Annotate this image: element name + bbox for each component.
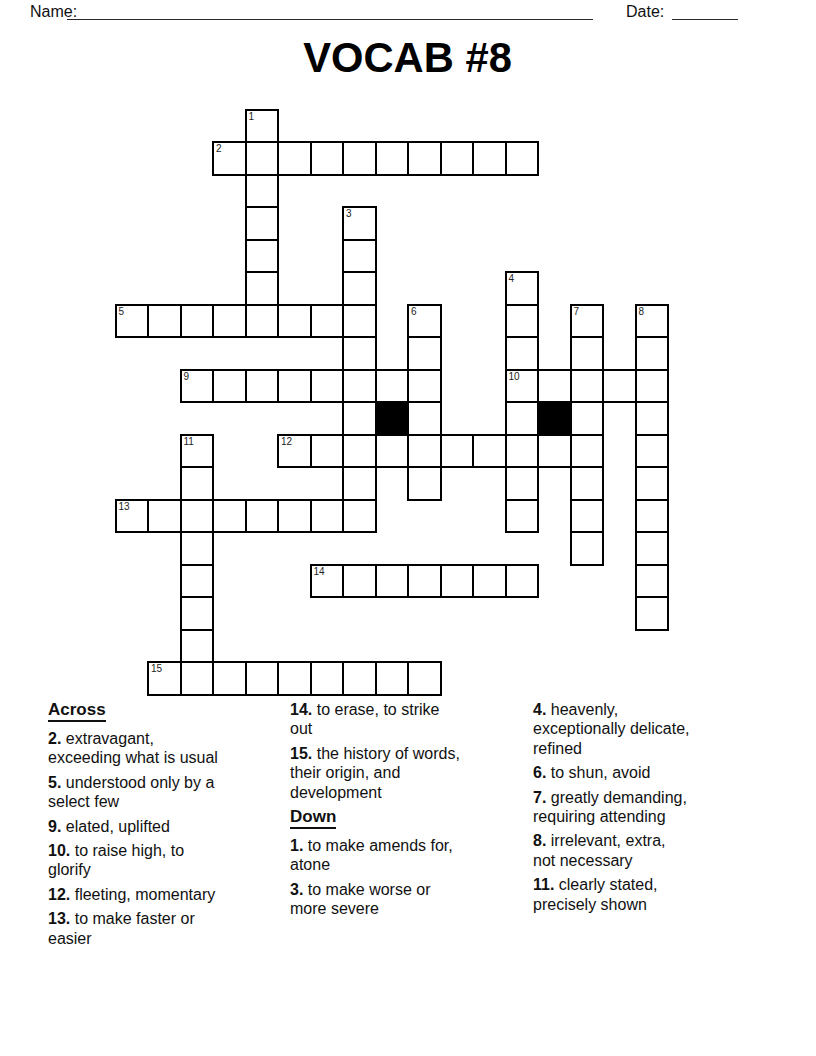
grid-cell[interactable] xyxy=(602,369,637,404)
cell-number: 7 xyxy=(574,306,580,318)
grid-cell[interactable] xyxy=(570,466,605,501)
grid-cell[interactable] xyxy=(180,661,215,696)
clue-number: 2. xyxy=(48,730,61,747)
grid-cell[interactable] xyxy=(342,661,377,696)
clue-item-across-14: 14. to erase, to strike out xyxy=(290,700,525,739)
grid-cell[interactable] xyxy=(342,304,377,339)
grid-cell[interactable] xyxy=(245,661,280,696)
grid-cell[interactable] xyxy=(245,499,280,534)
grid-cell[interactable]: 7 xyxy=(570,304,605,339)
grid-cell[interactable]: 9 xyxy=(180,369,215,404)
grid-cell[interactable] xyxy=(212,369,247,404)
grid-cell[interactable] xyxy=(180,596,215,631)
grid-cell[interactable] xyxy=(505,564,540,599)
grid-cell[interactable] xyxy=(505,304,540,339)
grid-cell[interactable]: 5 xyxy=(115,304,150,339)
grid-cell[interactable] xyxy=(505,434,540,469)
grid-cell[interactable] xyxy=(342,499,377,534)
grid-cell[interactable] xyxy=(342,466,377,501)
grid-cell[interactable] xyxy=(570,499,605,534)
grid-cell[interactable] xyxy=(212,661,247,696)
cell-number: 9 xyxy=(184,371,190,383)
clue-number: 9. xyxy=(48,818,61,835)
grid-cell[interactable] xyxy=(180,564,215,599)
down-heading: Down xyxy=(290,807,336,829)
grid-cell[interactable] xyxy=(180,629,215,664)
grid-cell[interactable] xyxy=(245,369,280,404)
grid-cell[interactable]: 8 xyxy=(635,304,670,339)
grid-cell[interactable] xyxy=(440,564,475,599)
grid-cell[interactable] xyxy=(212,499,247,534)
grid-cell[interactable] xyxy=(342,141,377,176)
grid-cell[interactable]: 15 xyxy=(147,661,182,696)
grid-cell[interactable]: 1 xyxy=(245,109,280,144)
black-cell xyxy=(537,401,572,436)
grid-cell[interactable] xyxy=(570,531,605,566)
grid-cell[interactable] xyxy=(407,434,442,469)
clue-item-down-4: 4. heavenly, exceptionally delicate, ref… xyxy=(533,700,781,758)
grid-cell[interactable] xyxy=(342,401,377,436)
grid-cell[interactable]: 6 xyxy=(407,304,442,339)
grid-cell[interactable] xyxy=(342,369,377,404)
cell-number: 2 xyxy=(216,143,222,155)
cell-number: 13 xyxy=(119,501,130,513)
grid-cell[interactable] xyxy=(342,271,377,306)
clue-item-across-2: 2. extravagant, exceeding what is usual xyxy=(48,729,283,768)
clue-number: 13. xyxy=(48,910,70,927)
clue-item-down-7: 7. greatly demanding, requiring attendin… xyxy=(533,788,781,827)
grid-cell[interactable] xyxy=(635,401,670,436)
grid-cell[interactable] xyxy=(310,661,345,696)
grid-cell[interactable] xyxy=(635,564,670,599)
grid-cell[interactable] xyxy=(180,466,215,501)
clue-item-across-5: 5. understood only by a select few xyxy=(48,773,283,812)
grid-cell[interactable] xyxy=(245,271,280,306)
clue-item-down-8: 8. irrelevant, extra, not necessary xyxy=(533,831,781,870)
grid-cell[interactable] xyxy=(277,499,312,534)
clue-number: 12. xyxy=(48,886,70,903)
grid-cell[interactable] xyxy=(570,336,605,371)
grid-cell[interactable] xyxy=(440,434,475,469)
grid-cell[interactable] xyxy=(310,499,345,534)
grid-cell[interactable] xyxy=(342,564,377,599)
grid-cell[interactable] xyxy=(570,369,605,404)
grid-cell[interactable]: 10 xyxy=(505,369,540,404)
grid-cell[interactable] xyxy=(407,661,442,696)
grid-cell[interactable] xyxy=(375,661,410,696)
cell-number: 5 xyxy=(119,306,125,318)
clue-item-down-6: 6. to shun, avoid xyxy=(533,763,781,782)
clues-column-1: Across2. extravagant, exceeding what is … xyxy=(48,700,283,953)
black-cell xyxy=(375,401,410,436)
grid-cell[interactable] xyxy=(310,304,345,339)
cell-number: 14 xyxy=(314,566,325,578)
grid-cell[interactable] xyxy=(342,336,377,371)
cell-number: 11 xyxy=(184,436,194,448)
grid-cell[interactable] xyxy=(310,369,345,404)
clues-column-3: 4. heavenly, exceptionally delicate, ref… xyxy=(533,700,781,919)
clue-number: 5. xyxy=(48,774,61,791)
cell-number: 3 xyxy=(346,208,352,220)
grid-cell[interactable] xyxy=(537,434,572,469)
grid-cell[interactable]: 11 xyxy=(180,434,215,469)
clue-number: 11. xyxy=(533,876,554,893)
clue-text: to make worse or more severe xyxy=(290,881,431,917)
grid-cell[interactable] xyxy=(310,141,345,176)
grid-cell[interactable]: 13 xyxy=(115,499,150,534)
clue-text: to erase, to strike out xyxy=(290,701,439,737)
clue-number: 4. xyxy=(533,701,546,718)
grid-cell[interactable] xyxy=(407,336,442,371)
grid-cell[interactable] xyxy=(277,369,312,404)
grid-cell[interactable] xyxy=(635,596,670,631)
grid-cell[interactable] xyxy=(375,434,410,469)
clue-text: greatly demanding, requiring attending xyxy=(533,789,687,825)
grid-cell[interactable] xyxy=(407,466,442,501)
grid-cell[interactable] xyxy=(407,564,442,599)
grid-cell[interactable] xyxy=(537,369,572,404)
clue-text: elated, uplifted xyxy=(61,818,170,835)
grid-cell[interactable] xyxy=(245,304,280,339)
grid-cell[interactable] xyxy=(407,401,442,436)
cell-number: 4 xyxy=(509,273,515,285)
clue-text: fleeting, momentary xyxy=(70,886,215,903)
grid-cell[interactable] xyxy=(147,304,182,339)
grid-cell[interactable]: 4 xyxy=(505,271,540,306)
grid-cell[interactable] xyxy=(180,531,215,566)
grid-cell[interactable] xyxy=(635,336,670,371)
cell-number: 12 xyxy=(281,436,292,448)
cell-number: 8 xyxy=(639,306,645,318)
grid-cell[interactable] xyxy=(635,466,670,501)
clue-item-down-11: 11. clearly stated, precisely shown xyxy=(533,875,781,914)
clue-item-across-9: 9. elated, uplifted xyxy=(48,817,283,836)
grid-cell[interactable] xyxy=(180,499,215,534)
grid-cell[interactable]: 12 xyxy=(277,434,312,469)
grid-cell[interactable] xyxy=(342,434,377,469)
grid-cell[interactable] xyxy=(440,141,475,176)
grid-cell[interactable]: 14 xyxy=(310,564,345,599)
grid-cell[interactable] xyxy=(375,369,410,404)
grid-cell[interactable] xyxy=(277,304,312,339)
clue-text: to shun, avoid xyxy=(546,764,650,781)
grid-cell[interactable] xyxy=(505,141,540,176)
grid-cell[interactable] xyxy=(570,401,605,436)
clue-text: to make amends for, atone xyxy=(290,837,453,873)
clue-item-down-3: 3. to make worse or more severe xyxy=(290,880,525,919)
grid-cell[interactable] xyxy=(505,466,540,501)
grid-cell[interactable] xyxy=(147,499,182,534)
grid-cell[interactable] xyxy=(505,336,540,371)
grid-cell[interactable] xyxy=(635,531,670,566)
clue-number: 8. xyxy=(533,832,546,849)
crossword-grid: 123456789101112131415 xyxy=(115,109,675,699)
grid-cell[interactable] xyxy=(472,141,507,176)
grid-cell[interactable] xyxy=(245,141,280,176)
clue-text: heavenly, exceptionally delicate, refine… xyxy=(533,701,690,757)
grid-cell[interactable]: 3 xyxy=(342,206,377,241)
grid-cell[interactable] xyxy=(472,434,507,469)
clue-number: 7. xyxy=(533,789,546,806)
clue-number: 14. xyxy=(290,701,312,718)
date-label: Date: xyxy=(626,3,664,21)
cell-number: 10 xyxy=(509,371,520,383)
clue-item-across-15: 15. the history of words, their origin, … xyxy=(290,744,525,802)
grid-cell[interactable] xyxy=(277,141,312,176)
grid-cell[interactable] xyxy=(375,141,410,176)
clue-number: 15. xyxy=(290,745,312,762)
clue-text: the history of words, their origin, and … xyxy=(290,745,460,801)
grid-cell[interactable] xyxy=(180,304,215,339)
clue-item-across-10: 10. to raise high, to glorify xyxy=(48,841,283,880)
grid-cell[interactable] xyxy=(277,661,312,696)
clue-text: understood only by a select few xyxy=(48,774,214,810)
grid-cell[interactable] xyxy=(375,564,410,599)
clue-number: 10. xyxy=(48,842,70,859)
cell-number: 1 xyxy=(249,111,255,123)
grid-cell[interactable] xyxy=(635,434,670,469)
grid-cell[interactable] xyxy=(472,564,507,599)
worksheet-page: { "game": "crossword", "header": { "name… xyxy=(0,0,816,1056)
clue-text: irrelevant, extra, not necessary xyxy=(533,832,666,868)
cell-number: 15 xyxy=(151,663,162,675)
grid-cell[interactable] xyxy=(342,239,377,274)
grid-cell[interactable] xyxy=(212,304,247,339)
cell-number: 6 xyxy=(411,306,417,318)
clue-item-across-13: 13. to make faster or easier xyxy=(48,909,283,948)
grid-cell[interactable] xyxy=(245,174,280,209)
grid-cell[interactable] xyxy=(245,239,280,274)
grid-cell[interactable] xyxy=(570,434,605,469)
clue-item-across-12: 12. fleeting, momentary xyxy=(48,885,283,904)
grid-cell[interactable] xyxy=(245,206,280,241)
date-fill-line[interactable] xyxy=(672,19,738,20)
grid-cell[interactable] xyxy=(505,401,540,436)
clue-text: extravagant, exceeding what is usual xyxy=(48,730,218,766)
clue-number: 6. xyxy=(533,764,546,781)
puzzle-title: VOCAB #8 xyxy=(304,36,513,79)
clue-number: 3. xyxy=(290,881,303,898)
clue-item-down-1: 1. to make amends for, atone xyxy=(290,836,525,875)
clue-number: 1. xyxy=(290,837,303,854)
grid-cell[interactable] xyxy=(407,141,442,176)
grid-cell[interactable] xyxy=(635,369,670,404)
grid-cell[interactable] xyxy=(635,499,670,534)
grid-cell[interactable] xyxy=(310,434,345,469)
clues-column-2: 14. to erase, to strike out15. the histo… xyxy=(290,700,525,924)
across-heading: Across xyxy=(48,700,106,722)
grid-cell[interactable]: 2 xyxy=(212,141,247,176)
grid-cell[interactable] xyxy=(505,499,540,534)
clue-text: to make faster or easier xyxy=(48,910,195,946)
name-fill-line[interactable] xyxy=(67,19,593,20)
grid-cell[interactable] xyxy=(407,369,442,404)
title-row: VOCAB #8 xyxy=(0,36,816,79)
